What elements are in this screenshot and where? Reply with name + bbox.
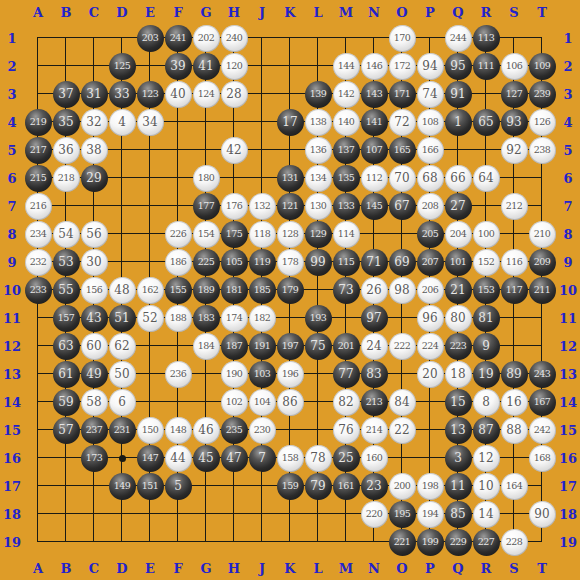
point-C2[interactable] bbox=[80, 52, 108, 80]
point-E6[interactable] bbox=[136, 164, 164, 192]
point-P15[interactable] bbox=[416, 416, 444, 444]
point-P7[interactable]: 208 bbox=[416, 192, 444, 220]
point-S17[interactable]: 164 bbox=[500, 472, 528, 500]
point-Q1[interactable]: 244 bbox=[444, 24, 472, 52]
point-C7[interactable] bbox=[80, 192, 108, 220]
point-S7[interactable]: 212 bbox=[500, 192, 528, 220]
point-Q16[interactable]: 3 bbox=[444, 444, 472, 472]
point-D8[interactable] bbox=[108, 220, 136, 248]
point-J9[interactable]: 119 bbox=[248, 248, 276, 276]
point-N16[interactable]: 160 bbox=[360, 444, 388, 472]
point-Q3[interactable]: 91 bbox=[444, 80, 472, 108]
point-R11[interactable]: 81 bbox=[472, 304, 500, 332]
point-H15[interactable]: 235 bbox=[220, 416, 248, 444]
point-A3[interactable] bbox=[24, 80, 52, 108]
point-D9[interactable] bbox=[108, 248, 136, 276]
point-P14[interactable] bbox=[416, 388, 444, 416]
point-N1[interactable] bbox=[360, 24, 388, 52]
point-T5[interactable]: 238 bbox=[528, 136, 556, 164]
point-B13[interactable]: 61 bbox=[52, 360, 80, 388]
point-S13[interactable]: 89 bbox=[500, 360, 528, 388]
point-O10[interactable]: 98 bbox=[388, 276, 416, 304]
point-D1[interactable] bbox=[108, 24, 136, 52]
point-H1[interactable]: 240 bbox=[220, 24, 248, 52]
point-D10[interactable]: 48 bbox=[108, 276, 136, 304]
point-A9[interactable]: 232 bbox=[24, 248, 52, 276]
point-N4[interactable]: 141 bbox=[360, 108, 388, 136]
point-J1[interactable] bbox=[248, 24, 276, 52]
point-C3[interactable]: 31 bbox=[80, 80, 108, 108]
point-A19[interactable] bbox=[24, 528, 52, 556]
point-D15[interactable]: 231 bbox=[108, 416, 136, 444]
point-M12[interactable]: 201 bbox=[332, 332, 360, 360]
point-M17[interactable]: 161 bbox=[332, 472, 360, 500]
point-J5[interactable] bbox=[248, 136, 276, 164]
point-J8[interactable]: 118 bbox=[248, 220, 276, 248]
point-L19[interactable] bbox=[304, 528, 332, 556]
point-E15[interactable]: 150 bbox=[136, 416, 164, 444]
point-S2[interactable]: 106 bbox=[500, 52, 528, 80]
point-B16[interactable] bbox=[52, 444, 80, 472]
point-P6[interactable]: 68 bbox=[416, 164, 444, 192]
point-O16[interactable] bbox=[388, 444, 416, 472]
point-C17[interactable] bbox=[80, 472, 108, 500]
point-M1[interactable] bbox=[332, 24, 360, 52]
point-T8[interactable]: 210 bbox=[528, 220, 556, 248]
point-S9[interactable]: 116 bbox=[500, 248, 528, 276]
point-F6[interactable] bbox=[164, 164, 192, 192]
point-P9[interactable]: 207 bbox=[416, 248, 444, 276]
point-F5[interactable] bbox=[164, 136, 192, 164]
point-E19[interactable] bbox=[136, 528, 164, 556]
point-M13[interactable]: 77 bbox=[332, 360, 360, 388]
point-N13[interactable]: 83 bbox=[360, 360, 388, 388]
point-T1[interactable] bbox=[528, 24, 556, 52]
point-A2[interactable] bbox=[24, 52, 52, 80]
point-T4[interactable]: 126 bbox=[528, 108, 556, 136]
point-M18[interactable] bbox=[332, 500, 360, 528]
point-K9[interactable]: 178 bbox=[276, 248, 304, 276]
point-L11[interactable]: 193 bbox=[304, 304, 332, 332]
point-S3[interactable]: 127 bbox=[500, 80, 528, 108]
point-M5[interactable]: 137 bbox=[332, 136, 360, 164]
point-C11[interactable]: 43 bbox=[80, 304, 108, 332]
point-H10[interactable]: 181 bbox=[220, 276, 248, 304]
point-N2[interactable]: 146 bbox=[360, 52, 388, 80]
point-L1[interactable] bbox=[304, 24, 332, 52]
point-A18[interactable] bbox=[24, 500, 52, 528]
point-R3[interactable] bbox=[472, 80, 500, 108]
point-G5[interactable] bbox=[192, 136, 220, 164]
point-B19[interactable] bbox=[52, 528, 80, 556]
point-E10[interactable]: 162 bbox=[136, 276, 164, 304]
point-F3[interactable]: 40 bbox=[164, 80, 192, 108]
point-D19[interactable] bbox=[108, 528, 136, 556]
point-Q10[interactable]: 21 bbox=[444, 276, 472, 304]
point-B9[interactable]: 53 bbox=[52, 248, 80, 276]
point-E11[interactable]: 52 bbox=[136, 304, 164, 332]
point-F1[interactable]: 241 bbox=[164, 24, 192, 52]
point-B17[interactable] bbox=[52, 472, 80, 500]
point-P4[interactable]: 108 bbox=[416, 108, 444, 136]
point-O9[interactable]: 69 bbox=[388, 248, 416, 276]
point-J3[interactable] bbox=[248, 80, 276, 108]
point-O5[interactable]: 165 bbox=[388, 136, 416, 164]
point-M7[interactable]: 133 bbox=[332, 192, 360, 220]
point-L4[interactable]: 138 bbox=[304, 108, 332, 136]
point-S1[interactable] bbox=[500, 24, 528, 52]
point-B10[interactable]: 55 bbox=[52, 276, 80, 304]
point-J18[interactable] bbox=[248, 500, 276, 528]
point-L9[interactable]: 99 bbox=[304, 248, 332, 276]
point-T16[interactable]: 168 bbox=[528, 444, 556, 472]
point-G4[interactable] bbox=[192, 108, 220, 136]
point-T18[interactable]: 90 bbox=[528, 500, 556, 528]
point-H5[interactable]: 42 bbox=[220, 136, 248, 164]
point-C14[interactable]: 58 bbox=[80, 388, 108, 416]
point-T3[interactable]: 239 bbox=[528, 80, 556, 108]
point-C5[interactable]: 38 bbox=[80, 136, 108, 164]
point-C9[interactable]: 30 bbox=[80, 248, 108, 276]
point-B12[interactable]: 63 bbox=[52, 332, 80, 360]
point-J12[interactable]: 191 bbox=[248, 332, 276, 360]
point-Q8[interactable]: 204 bbox=[444, 220, 472, 248]
point-G13[interactable] bbox=[192, 360, 220, 388]
point-Q15[interactable]: 13 bbox=[444, 416, 472, 444]
point-S4[interactable]: 93 bbox=[500, 108, 528, 136]
point-A11[interactable] bbox=[24, 304, 52, 332]
point-D6[interactable] bbox=[108, 164, 136, 192]
point-F11[interactable]: 188 bbox=[164, 304, 192, 332]
point-J14[interactable]: 104 bbox=[248, 388, 276, 416]
point-H11[interactable]: 174 bbox=[220, 304, 248, 332]
point-N8[interactable] bbox=[360, 220, 388, 248]
point-O15[interactable]: 22 bbox=[388, 416, 416, 444]
point-H12[interactable]: 187 bbox=[220, 332, 248, 360]
point-N7[interactable]: 145 bbox=[360, 192, 388, 220]
point-M4[interactable]: 140 bbox=[332, 108, 360, 136]
point-P11[interactable]: 96 bbox=[416, 304, 444, 332]
point-A1[interactable] bbox=[24, 24, 52, 52]
point-B15[interactable]: 57 bbox=[52, 416, 80, 444]
point-P5[interactable]: 166 bbox=[416, 136, 444, 164]
point-E12[interactable] bbox=[136, 332, 164, 360]
point-B8[interactable]: 54 bbox=[52, 220, 80, 248]
point-O13[interactable] bbox=[388, 360, 416, 388]
point-P3[interactable]: 74 bbox=[416, 80, 444, 108]
point-K16[interactable]: 158 bbox=[276, 444, 304, 472]
point-C19[interactable] bbox=[80, 528, 108, 556]
point-T9[interactable]: 209 bbox=[528, 248, 556, 276]
point-R12[interactable]: 9 bbox=[472, 332, 500, 360]
point-S10[interactable]: 117 bbox=[500, 276, 528, 304]
point-M10[interactable]: 73 bbox=[332, 276, 360, 304]
point-Q17[interactable]: 11 bbox=[444, 472, 472, 500]
point-O18[interactable]: 195 bbox=[388, 500, 416, 528]
point-S6[interactable] bbox=[500, 164, 528, 192]
point-N11[interactable]: 97 bbox=[360, 304, 388, 332]
point-T19[interactable] bbox=[528, 528, 556, 556]
point-T7[interactable] bbox=[528, 192, 556, 220]
point-E5[interactable] bbox=[136, 136, 164, 164]
point-J6[interactable] bbox=[248, 164, 276, 192]
point-C4[interactable]: 32 bbox=[80, 108, 108, 136]
point-L14[interactable] bbox=[304, 388, 332, 416]
point-O6[interactable]: 70 bbox=[388, 164, 416, 192]
point-F8[interactable]: 226 bbox=[164, 220, 192, 248]
point-D4[interactable]: 4 bbox=[108, 108, 136, 136]
point-T10[interactable]: 211 bbox=[528, 276, 556, 304]
point-D13[interactable]: 50 bbox=[108, 360, 136, 388]
point-A16[interactable] bbox=[24, 444, 52, 472]
point-Q14[interactable]: 15 bbox=[444, 388, 472, 416]
point-D18[interactable] bbox=[108, 500, 136, 528]
point-E16[interactable]: 147 bbox=[136, 444, 164, 472]
point-R8[interactable]: 100 bbox=[472, 220, 500, 248]
point-A6[interactable]: 215 bbox=[24, 164, 52, 192]
point-D14[interactable]: 6 bbox=[108, 388, 136, 416]
point-E8[interactable] bbox=[136, 220, 164, 248]
point-Q7[interactable]: 27 bbox=[444, 192, 472, 220]
point-F15[interactable]: 148 bbox=[164, 416, 192, 444]
point-O11[interactable] bbox=[388, 304, 416, 332]
point-L17[interactable]: 79 bbox=[304, 472, 332, 500]
point-Q19[interactable]: 229 bbox=[444, 528, 472, 556]
point-E9[interactable] bbox=[136, 248, 164, 276]
point-R2[interactable]: 111 bbox=[472, 52, 500, 80]
point-H18[interactable] bbox=[220, 500, 248, 528]
point-R18[interactable]: 14 bbox=[472, 500, 500, 528]
point-H19[interactable] bbox=[220, 528, 248, 556]
point-B5[interactable]: 36 bbox=[52, 136, 80, 164]
point-C1[interactable] bbox=[80, 24, 108, 52]
point-G16[interactable]: 45 bbox=[192, 444, 220, 472]
point-H6[interactable] bbox=[220, 164, 248, 192]
point-L8[interactable]: 129 bbox=[304, 220, 332, 248]
point-R6[interactable]: 64 bbox=[472, 164, 500, 192]
point-O3[interactable]: 171 bbox=[388, 80, 416, 108]
point-K7[interactable]: 121 bbox=[276, 192, 304, 220]
point-A10[interactable]: 233 bbox=[24, 276, 52, 304]
point-D5[interactable] bbox=[108, 136, 136, 164]
point-D11[interactable]: 51 bbox=[108, 304, 136, 332]
point-B11[interactable]: 157 bbox=[52, 304, 80, 332]
point-R17[interactable]: 10 bbox=[472, 472, 500, 500]
point-P8[interactable]: 205 bbox=[416, 220, 444, 248]
point-N5[interactable]: 107 bbox=[360, 136, 388, 164]
point-S15[interactable]: 88 bbox=[500, 416, 528, 444]
point-L15[interactable] bbox=[304, 416, 332, 444]
point-M2[interactable]: 144 bbox=[332, 52, 360, 80]
point-E18[interactable] bbox=[136, 500, 164, 528]
point-P13[interactable]: 20 bbox=[416, 360, 444, 388]
point-O8[interactable] bbox=[388, 220, 416, 248]
point-K14[interactable]: 86 bbox=[276, 388, 304, 416]
point-K10[interactable]: 179 bbox=[276, 276, 304, 304]
point-Q18[interactable]: 85 bbox=[444, 500, 472, 528]
point-A14[interactable] bbox=[24, 388, 52, 416]
point-M9[interactable]: 115 bbox=[332, 248, 360, 276]
point-L6[interactable]: 134 bbox=[304, 164, 332, 192]
point-P18[interactable]: 194 bbox=[416, 500, 444, 528]
point-F4[interactable] bbox=[164, 108, 192, 136]
point-R15[interactable]: 87 bbox=[472, 416, 500, 444]
point-P1[interactable] bbox=[416, 24, 444, 52]
point-K1[interactable] bbox=[276, 24, 304, 52]
point-B2[interactable] bbox=[52, 52, 80, 80]
point-S5[interactable]: 92 bbox=[500, 136, 528, 164]
point-Q13[interactable]: 18 bbox=[444, 360, 472, 388]
point-F13[interactable]: 236 bbox=[164, 360, 192, 388]
point-S8[interactable] bbox=[500, 220, 528, 248]
point-E17[interactable]: 151 bbox=[136, 472, 164, 500]
point-A12[interactable] bbox=[24, 332, 52, 360]
point-P19[interactable]: 199 bbox=[416, 528, 444, 556]
point-S19[interactable]: 228 bbox=[500, 528, 528, 556]
point-N3[interactable]: 143 bbox=[360, 80, 388, 108]
point-O14[interactable]: 84 bbox=[388, 388, 416, 416]
point-N14[interactable]: 213 bbox=[360, 388, 388, 416]
point-N19[interactable] bbox=[360, 528, 388, 556]
point-G14[interactable] bbox=[192, 388, 220, 416]
point-T6[interactable] bbox=[528, 164, 556, 192]
point-J16[interactable]: 7 bbox=[248, 444, 276, 472]
point-L16[interactable]: 78 bbox=[304, 444, 332, 472]
point-N12[interactable]: 24 bbox=[360, 332, 388, 360]
point-G10[interactable]: 189 bbox=[192, 276, 220, 304]
point-R13[interactable]: 19 bbox=[472, 360, 500, 388]
point-H2[interactable]: 120 bbox=[220, 52, 248, 80]
point-S12[interactable] bbox=[500, 332, 528, 360]
point-K6[interactable]: 131 bbox=[276, 164, 304, 192]
point-N18[interactable]: 220 bbox=[360, 500, 388, 528]
point-D2[interactable]: 125 bbox=[108, 52, 136, 80]
point-G11[interactable]: 183 bbox=[192, 304, 220, 332]
point-L7[interactable]: 130 bbox=[304, 192, 332, 220]
point-F12[interactable] bbox=[164, 332, 192, 360]
point-Q9[interactable]: 101 bbox=[444, 248, 472, 276]
point-A7[interactable]: 216 bbox=[24, 192, 52, 220]
point-S11[interactable] bbox=[500, 304, 528, 332]
point-G19[interactable] bbox=[192, 528, 220, 556]
point-K4[interactable]: 17 bbox=[276, 108, 304, 136]
point-J19[interactable] bbox=[248, 528, 276, 556]
point-D3[interactable]: 33 bbox=[108, 80, 136, 108]
point-S18[interactable] bbox=[500, 500, 528, 528]
point-A8[interactable]: 234 bbox=[24, 220, 52, 248]
point-T15[interactable]: 242 bbox=[528, 416, 556, 444]
point-P16[interactable] bbox=[416, 444, 444, 472]
point-O17[interactable]: 200 bbox=[388, 472, 416, 500]
point-M11[interactable] bbox=[332, 304, 360, 332]
point-K5[interactable] bbox=[276, 136, 304, 164]
point-O12[interactable]: 222 bbox=[388, 332, 416, 360]
point-A13[interactable] bbox=[24, 360, 52, 388]
point-Q12[interactable]: 223 bbox=[444, 332, 472, 360]
point-H3[interactable]: 28 bbox=[220, 80, 248, 108]
point-O2[interactable]: 172 bbox=[388, 52, 416, 80]
point-M3[interactable]: 142 bbox=[332, 80, 360, 108]
point-B3[interactable]: 37 bbox=[52, 80, 80, 108]
point-E2[interactable] bbox=[136, 52, 164, 80]
point-F19[interactable] bbox=[164, 528, 192, 556]
point-G17[interactable] bbox=[192, 472, 220, 500]
point-L5[interactable]: 136 bbox=[304, 136, 332, 164]
point-A17[interactable] bbox=[24, 472, 52, 500]
point-G7[interactable]: 177 bbox=[192, 192, 220, 220]
point-C18[interactable] bbox=[80, 500, 108, 528]
point-K3[interactable] bbox=[276, 80, 304, 108]
point-F10[interactable]: 155 bbox=[164, 276, 192, 304]
point-R14[interactable]: 8 bbox=[472, 388, 500, 416]
point-C12[interactable]: 60 bbox=[80, 332, 108, 360]
point-G18[interactable] bbox=[192, 500, 220, 528]
point-E1[interactable]: 203 bbox=[136, 24, 164, 52]
point-B4[interactable]: 35 bbox=[52, 108, 80, 136]
point-H8[interactable]: 175 bbox=[220, 220, 248, 248]
point-M6[interactable]: 135 bbox=[332, 164, 360, 192]
point-K19[interactable] bbox=[276, 528, 304, 556]
point-O1[interactable]: 170 bbox=[388, 24, 416, 52]
point-L3[interactable]: 139 bbox=[304, 80, 332, 108]
point-Q11[interactable]: 80 bbox=[444, 304, 472, 332]
point-G3[interactable]: 124 bbox=[192, 80, 220, 108]
point-N15[interactable]: 214 bbox=[360, 416, 388, 444]
point-T17[interactable] bbox=[528, 472, 556, 500]
point-A5[interactable]: 217 bbox=[24, 136, 52, 164]
point-C6[interactable]: 29 bbox=[80, 164, 108, 192]
point-R7[interactable] bbox=[472, 192, 500, 220]
point-B1[interactable] bbox=[52, 24, 80, 52]
point-B18[interactable] bbox=[52, 500, 80, 528]
point-C10[interactable]: 156 bbox=[80, 276, 108, 304]
point-C16[interactable]: 173 bbox=[80, 444, 108, 472]
point-C15[interactable]: 237 bbox=[80, 416, 108, 444]
point-G9[interactable]: 225 bbox=[192, 248, 220, 276]
point-L10[interactable] bbox=[304, 276, 332, 304]
point-G12[interactable]: 184 bbox=[192, 332, 220, 360]
point-A15[interactable] bbox=[24, 416, 52, 444]
point-P12[interactable]: 224 bbox=[416, 332, 444, 360]
point-F14[interactable] bbox=[164, 388, 192, 416]
point-Q2[interactable]: 95 bbox=[444, 52, 472, 80]
point-R1[interactable]: 113 bbox=[472, 24, 500, 52]
point-J7[interactable]: 132 bbox=[248, 192, 276, 220]
point-F16[interactable]: 44 bbox=[164, 444, 192, 472]
point-S16[interactable] bbox=[500, 444, 528, 472]
point-G8[interactable]: 154 bbox=[192, 220, 220, 248]
point-C8[interactable]: 56 bbox=[80, 220, 108, 248]
point-B6[interactable]: 218 bbox=[52, 164, 80, 192]
point-E14[interactable] bbox=[136, 388, 164, 416]
point-J13[interactable]: 103 bbox=[248, 360, 276, 388]
point-F2[interactable]: 39 bbox=[164, 52, 192, 80]
point-T11[interactable] bbox=[528, 304, 556, 332]
point-N6[interactable]: 112 bbox=[360, 164, 388, 192]
point-D17[interactable]: 149 bbox=[108, 472, 136, 500]
point-H4[interactable] bbox=[220, 108, 248, 136]
point-K8[interactable]: 128 bbox=[276, 220, 304, 248]
point-K2[interactable] bbox=[276, 52, 304, 80]
point-O4[interactable]: 72 bbox=[388, 108, 416, 136]
point-M14[interactable]: 82 bbox=[332, 388, 360, 416]
point-B14[interactable]: 59 bbox=[52, 388, 80, 416]
point-O7[interactable]: 67 bbox=[388, 192, 416, 220]
point-T13[interactable]: 243 bbox=[528, 360, 556, 388]
point-J15[interactable]: 230 bbox=[248, 416, 276, 444]
point-F18[interactable] bbox=[164, 500, 192, 528]
point-H7[interactable]: 176 bbox=[220, 192, 248, 220]
